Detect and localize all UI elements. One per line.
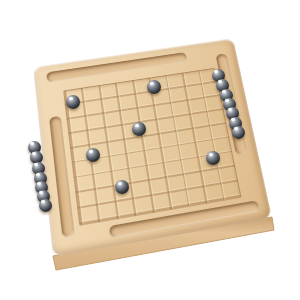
steel-ball-on-grid[interactable]: [115, 180, 129, 194]
steel-ball-on-grid[interactable]: [206, 151, 220, 165]
steel-ball-on-grid[interactable]: [86, 148, 100, 162]
steel-ball-left-tray[interactable]: [39, 199, 52, 212]
game-board: [33, 38, 272, 257]
steel-ball-on-grid[interactable]: [132, 122, 146, 136]
steel-ball-right-tray[interactable]: [232, 126, 245, 139]
steel-ball-on-grid[interactable]: [147, 80, 161, 94]
product-photo: [0, 0, 300, 300]
steel-ball-on-grid[interactable]: [66, 95, 80, 109]
